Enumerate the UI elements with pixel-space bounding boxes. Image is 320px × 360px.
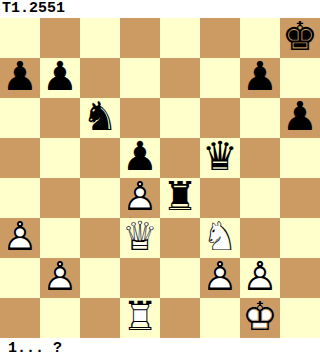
black-king-glyph: ♚ [280,16,320,56]
square-f8[interactable] [200,18,240,58]
piece-white-rook[interactable]: ♜♖ [120,298,160,338]
square-g6[interactable] [240,98,280,138]
white-queen-outline: ♕ [120,216,160,256]
white-pawn-outline: ♙ [0,216,40,256]
square-c4[interactable] [80,178,120,218]
square-b7[interactable]: ♟ [40,58,80,98]
chess-board: ♚♟♟♟♞♟♟♛♟♙♜♟♙♛♕♞♘♟♙♟♙♟♙♜♖♚♔ [0,18,320,338]
black-pawn-glyph: ♟ [120,136,160,176]
square-f6[interactable] [200,98,240,138]
chess-puzzle-page: T1.2551 ♚♟♟♟♞♟♟♛♟♙♜♟♙♛♕♞♘♟♙♟♙♟♙♜♖♚♔ 1...… [0,0,320,360]
square-c8[interactable] [80,18,120,58]
square-a7[interactable]: ♟ [0,58,40,98]
square-b1[interactable] [40,298,80,338]
piece-black-rook[interactable]: ♜ [160,178,200,218]
square-h5[interactable] [280,138,320,178]
square-b8[interactable] [40,18,80,58]
piece-white-pawn[interactable]: ♟♙ [40,258,80,298]
black-pawn-glyph: ♟ [280,96,320,136]
square-g4[interactable] [240,178,280,218]
move-prompt: 1... ? [0,338,320,360]
square-g8[interactable] [240,18,280,58]
piece-black-king[interactable]: ♚ [280,18,320,58]
square-a6[interactable] [0,98,40,138]
square-c1[interactable] [80,298,120,338]
square-b2[interactable]: ♟♙ [40,258,80,298]
piece-white-knight[interactable]: ♞♘ [200,218,240,258]
square-h8[interactable]: ♚ [280,18,320,58]
black-pawn-glyph: ♟ [0,56,40,96]
square-d4[interactable]: ♟♙ [120,178,160,218]
white-king-outline: ♔ [240,296,280,336]
white-pawn-outline: ♙ [240,256,280,296]
square-h3[interactable] [280,218,320,258]
piece-white-pawn[interactable]: ♟♙ [120,178,160,218]
white-pawn-outline: ♙ [120,176,160,216]
square-c3[interactable] [80,218,120,258]
square-e4[interactable]: ♜ [160,178,200,218]
square-f2[interactable]: ♟♙ [200,258,240,298]
black-pawn-glyph: ♟ [40,56,80,96]
square-a2[interactable] [0,258,40,298]
square-e2[interactable] [160,258,200,298]
square-f4[interactable] [200,178,240,218]
square-d1[interactable]: ♜♖ [120,298,160,338]
square-f1[interactable] [200,298,240,338]
square-a8[interactable] [0,18,40,58]
square-h4[interactable] [280,178,320,218]
piece-black-pawn[interactable]: ♟ [240,58,280,98]
white-rook-outline: ♖ [120,296,160,336]
piece-white-queen[interactable]: ♛♕ [120,218,160,258]
square-h6[interactable]: ♟ [280,98,320,138]
black-knight-glyph: ♞ [80,96,120,136]
black-pawn-glyph: ♟ [240,56,280,96]
square-e7[interactable] [160,58,200,98]
square-g3[interactable] [240,218,280,258]
square-d5[interactable]: ♟ [120,138,160,178]
square-c2[interactable] [80,258,120,298]
square-e8[interactable] [160,18,200,58]
square-c5[interactable] [80,138,120,178]
square-f5[interactable]: ♛ [200,138,240,178]
square-g7[interactable]: ♟ [240,58,280,98]
piece-black-pawn[interactable]: ♟ [280,98,320,138]
square-g2[interactable]: ♟♙ [240,258,280,298]
square-d7[interactable] [120,58,160,98]
piece-white-pawn[interactable]: ♟♙ [0,218,40,258]
square-b4[interactable] [40,178,80,218]
square-a4[interactable] [0,178,40,218]
square-d2[interactable] [120,258,160,298]
square-e5[interactable] [160,138,200,178]
square-g5[interactable] [240,138,280,178]
square-d8[interactable] [120,18,160,58]
puzzle-id: T1.2551 [0,0,320,18]
square-c6[interactable]: ♞ [80,98,120,138]
black-queen-glyph: ♛ [200,136,240,176]
square-f3[interactable]: ♞♘ [200,218,240,258]
square-c7[interactable] [80,58,120,98]
white-knight-outline: ♘ [200,216,240,256]
piece-black-queen[interactable]: ♛ [200,138,240,178]
square-b5[interactable] [40,138,80,178]
square-d6[interactable] [120,98,160,138]
square-e1[interactable] [160,298,200,338]
piece-black-pawn[interactable]: ♟ [40,58,80,98]
white-pawn-outline: ♙ [40,256,80,296]
piece-white-pawn[interactable]: ♟♙ [200,258,240,298]
piece-black-pawn[interactable]: ♟ [0,58,40,98]
square-e6[interactable] [160,98,200,138]
piece-white-pawn[interactable]: ♟♙ [240,258,280,298]
black-rook-glyph: ♜ [160,176,200,216]
square-d3[interactable]: ♛♕ [120,218,160,258]
square-g1[interactable]: ♚♔ [240,298,280,338]
piece-black-knight[interactable]: ♞ [80,98,120,138]
piece-white-king[interactable]: ♚♔ [240,298,280,338]
piece-black-pawn[interactable]: ♟ [120,138,160,178]
white-pawn-outline: ♙ [200,256,240,296]
square-e3[interactable] [160,218,200,258]
square-a3[interactable]: ♟♙ [0,218,40,258]
square-b3[interactable] [40,218,80,258]
square-h7[interactable] [280,58,320,98]
square-a1[interactable] [0,298,40,338]
square-h1[interactable] [280,298,320,338]
square-a5[interactable] [0,138,40,178]
square-b6[interactable] [40,98,80,138]
square-h2[interactable] [280,258,320,298]
square-f7[interactable] [200,58,240,98]
